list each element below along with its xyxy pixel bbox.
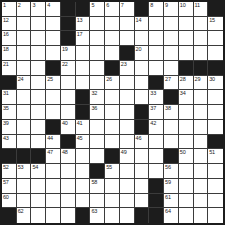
cell-r13c10[interactable] [135, 179, 150, 194]
cell-r8c1[interactable]: 35 [2, 105, 17, 120]
cell-r8c11[interactable]: 37 [149, 105, 164, 120]
cell-r8c9[interactable] [120, 105, 135, 120]
cell-r3c8[interactable] [105, 31, 120, 46]
cell-r8c8[interactable] [105, 105, 120, 120]
clue-number-33: 33 [150, 90, 156, 96]
clue-number-29: 29 [195, 76, 201, 82]
cell-r14c3[interactable] [31, 194, 46, 209]
cell-r15c7[interactable]: 63 [90, 208, 105, 223]
cell-r9c1[interactable]: 39 [2, 120, 17, 135]
crossword-grid: 1234567891011121314151617181920212223242… [0, 0, 225, 225]
black-cell-r2c5 [61, 17, 76, 32]
cell-r4c2[interactable] [17, 46, 32, 61]
cell-r3c14[interactable] [194, 31, 209, 46]
cell-r9c8[interactable] [105, 120, 120, 135]
clue-number-27: 27 [165, 76, 171, 82]
cell-r3c9[interactable] [120, 31, 135, 46]
clue-number-46: 46 [136, 135, 142, 141]
clue-number-22: 22 [62, 61, 68, 67]
clue-number-36: 36 [91, 105, 97, 111]
cell-r5c9[interactable]: 23 [120, 61, 135, 76]
clue-number-3: 3 [32, 2, 35, 8]
clue-number-40: 40 [62, 120, 68, 126]
cell-r1c11[interactable]: 8 [149, 2, 164, 17]
clue-number-34: 34 [180, 90, 186, 96]
clue-number-35: 35 [3, 105, 9, 111]
clue-number-51: 51 [209, 149, 215, 155]
cell-r7c14[interactable] [194, 90, 209, 105]
clue-number-48: 48 [62, 149, 68, 155]
cell-r14c15[interactable] [208, 194, 223, 209]
black-cell-r3c5 [61, 31, 76, 46]
cell-r4c10[interactable]: 20 [135, 46, 150, 61]
cell-r10c6[interactable]: 45 [76, 135, 91, 150]
cell-r9c2[interactable] [17, 120, 32, 135]
cell-r11c10[interactable] [135, 149, 150, 164]
cell-r6c12[interactable]: 27 [164, 76, 179, 91]
cell-r6c5[interactable] [61, 76, 76, 91]
cell-r3c12[interactable] [164, 31, 179, 46]
cell-r15c12[interactable]: 64 [164, 208, 179, 223]
cell-r2c8[interactable] [105, 17, 120, 32]
clue-number-16: 16 [3, 31, 9, 37]
cell-r12c13[interactable] [179, 164, 194, 179]
cell-r4c6[interactable] [76, 46, 91, 61]
black-cell-r11c1 [2, 149, 17, 164]
cell-r10c14[interactable] [194, 135, 209, 150]
cell-r8c2[interactable] [17, 105, 32, 120]
black-cell-r1c6 [76, 2, 91, 17]
black-cell-r7c12 [164, 90, 179, 105]
cell-r9c6[interactable]: 41 [76, 120, 91, 135]
clue-number-53: 53 [18, 164, 24, 170]
cell-r13c4[interactable] [46, 179, 61, 194]
black-cell-r9c4 [46, 120, 61, 135]
cell-r3c7[interactable] [90, 31, 105, 46]
clue-number-31: 31 [3, 90, 9, 96]
cell-r9c11[interactable]: 42 [149, 120, 164, 135]
cell-r9c7[interactable] [90, 120, 105, 135]
cell-r1c13[interactable]: 10 [179, 2, 194, 17]
cell-r14c10[interactable] [135, 194, 150, 209]
cell-r10c12[interactable] [164, 135, 179, 150]
cell-r6c8[interactable]: 26 [105, 76, 120, 91]
cell-r4c5[interactable]: 19 [61, 46, 76, 61]
clue-number-28: 28 [180, 76, 186, 82]
cell-r10c9[interactable] [120, 135, 135, 150]
cell-r11c13[interactable]: 50 [179, 149, 194, 164]
cell-r1c7[interactable]: 5 [90, 2, 105, 17]
cell-r14c6[interactable] [76, 194, 91, 209]
cell-r11c11[interactable] [149, 149, 164, 164]
cell-r11c14[interactable] [194, 149, 209, 164]
cell-r2c9[interactable] [120, 17, 135, 32]
cell-r10c11[interactable] [149, 135, 164, 150]
clue-number-50: 50 [180, 149, 186, 155]
cell-r5c7[interactable] [90, 61, 105, 76]
cell-r2c12[interactable] [164, 17, 179, 32]
cell-r7c13[interactable]: 34 [179, 90, 194, 105]
cell-r3c10[interactable] [135, 31, 150, 46]
black-cell-r5c8 [105, 61, 120, 76]
clue-number-20: 20 [136, 46, 142, 52]
clue-number-4: 4 [47, 2, 50, 8]
black-cell-r1c10 [135, 2, 150, 17]
cell-r6c14[interactable]: 29 [194, 76, 209, 91]
cell-r14c14[interactable] [194, 194, 209, 209]
clue-number-24: 24 [18, 76, 24, 82]
cell-r11c7[interactable] [90, 149, 105, 164]
cell-r7c11[interactable]: 33 [149, 90, 164, 105]
clue-number-44: 44 [47, 135, 53, 141]
cell-r5c12[interactable] [164, 61, 179, 76]
clue-number-17: 17 [77, 31, 83, 37]
cell-r12c9[interactable] [120, 164, 135, 179]
black-cell-r7c6 [76, 90, 91, 105]
cell-r2c1[interactable]: 12 [2, 17, 17, 32]
cell-r14c5[interactable] [61, 194, 76, 209]
cell-r14c13[interactable] [179, 194, 194, 209]
cell-r7c5[interactable] [61, 90, 76, 105]
cell-r12c6[interactable] [76, 164, 91, 179]
cell-r14c4[interactable] [46, 194, 61, 209]
cell-r2c15[interactable]: 15 [208, 17, 223, 32]
cell-r12c10[interactable] [135, 164, 150, 179]
cell-r13c5[interactable] [61, 179, 76, 194]
cell-r11c5[interactable]: 48 [61, 149, 76, 164]
cell-r3c6[interactable]: 17 [76, 31, 91, 46]
clue-number-5: 5 [91, 2, 94, 8]
cell-r15c15[interactable] [208, 208, 223, 223]
cell-r2c13[interactable] [179, 17, 194, 32]
clue-number-62: 62 [18, 208, 24, 214]
clue-number-32: 32 [91, 90, 97, 96]
cell-r7c10[interactable] [135, 90, 150, 105]
cell-r15c3[interactable] [31, 208, 46, 223]
cell-r4c7[interactable] [90, 46, 105, 61]
cell-r2c2[interactable] [17, 17, 32, 32]
cell-r13c6[interactable] [76, 179, 91, 194]
clue-number-13: 13 [77, 17, 83, 23]
clue-number-2: 2 [18, 2, 21, 8]
cell-r2c3[interactable] [31, 17, 46, 32]
cell-r7c9[interactable] [120, 90, 135, 105]
cell-r11c6[interactable] [76, 149, 91, 164]
cell-r1c2[interactable]: 2 [17, 2, 32, 17]
cell-r12c3[interactable]: 54 [31, 164, 46, 179]
cell-r12c8[interactable]: 55 [105, 164, 120, 179]
cell-r14c8[interactable] [105, 194, 120, 209]
cell-r10c3[interactable] [31, 135, 46, 150]
cell-r12c15[interactable] [208, 164, 223, 179]
clue-number-30: 30 [209, 76, 215, 82]
cell-r3c3[interactable] [31, 31, 46, 46]
clue-number-8: 8 [150, 2, 153, 8]
cell-r12c5[interactable] [61, 164, 76, 179]
cell-r5c2[interactable] [17, 61, 32, 76]
cell-r15c13[interactable] [179, 208, 194, 223]
cell-r13c15[interactable] [208, 179, 223, 194]
cell-r8c7[interactable]: 36 [90, 105, 105, 120]
cell-r5c1[interactable]: 21 [2, 61, 17, 76]
clue-number-10: 10 [180, 2, 186, 8]
cell-r10c8[interactable] [105, 135, 120, 150]
cell-r9c15[interactable] [208, 120, 223, 135]
cell-r12c14[interactable] [194, 164, 209, 179]
cell-r12c12[interactable]: 56 [164, 164, 179, 179]
cell-r8c5[interactable] [61, 105, 76, 120]
cell-r4c14[interactable] [194, 46, 209, 61]
black-cell-r5c14 [194, 61, 209, 76]
cell-r8c13[interactable] [179, 105, 194, 120]
cell-r2c6[interactable]: 13 [76, 17, 91, 32]
clue-number-26: 26 [106, 76, 112, 82]
cell-r15c4[interactable] [46, 208, 61, 223]
cell-r1c1[interactable]: 1 [2, 2, 17, 17]
cell-r13c9[interactable] [120, 179, 135, 194]
clue-number-43: 43 [3, 135, 9, 141]
black-cell-r10c5 [61, 135, 76, 150]
black-cell-r5c15 [208, 61, 223, 76]
cell-r3c2[interactable] [17, 31, 32, 46]
clue-number-12: 12 [3, 17, 9, 23]
cell-r4c15[interactable] [208, 46, 223, 61]
cell-r4c12[interactable] [164, 46, 179, 61]
cell-r6c6[interactable] [76, 76, 91, 91]
cell-r7c2[interactable] [17, 90, 32, 105]
black-cell-r5c4 [46, 61, 61, 76]
clue-number-19: 19 [62, 46, 68, 52]
cell-r9c14[interactable] [194, 120, 209, 135]
clue-number-61: 61 [165, 194, 171, 200]
clue-number-14: 14 [136, 17, 142, 23]
cell-r2c10[interactable]: 14 [135, 17, 150, 32]
cell-r14c2[interactable] [17, 194, 32, 209]
clue-number-63: 63 [91, 208, 97, 214]
clue-number-42: 42 [150, 120, 156, 126]
cell-r15c14[interactable] [194, 208, 209, 223]
cell-r7c3[interactable] [31, 90, 46, 105]
cell-r13c2[interactable] [17, 179, 32, 194]
clue-number-49: 49 [121, 149, 127, 155]
cell-r8c12[interactable]: 38 [164, 105, 179, 120]
black-cell-r11c8 [105, 149, 120, 164]
black-cell-r15c11 [149, 208, 164, 223]
cell-r6c7[interactable] [90, 76, 105, 91]
clue-number-52: 52 [3, 164, 9, 170]
black-cell-r5c13 [179, 61, 194, 76]
cell-r15c9[interactable] [120, 208, 135, 223]
cell-r6c13[interactable]: 28 [179, 76, 194, 91]
cell-r13c14[interactable] [194, 179, 209, 194]
cell-r4c11[interactable] [149, 46, 164, 61]
black-cell-r15c1 [2, 208, 17, 223]
cell-r14c9[interactable] [120, 194, 135, 209]
black-cell-r12c7 [90, 164, 105, 179]
cell-r6c15[interactable]: 30 [208, 76, 223, 91]
cell-r6c10[interactable] [135, 76, 150, 91]
clue-number-60: 60 [3, 194, 9, 200]
cell-r13c12[interactable]: 59 [164, 179, 179, 194]
cell-r2c11[interactable] [149, 17, 164, 32]
cell-r15c5[interactable] [61, 208, 76, 223]
cell-r12c4[interactable] [46, 164, 61, 179]
black-cell-r6c11 [149, 76, 164, 91]
clue-number-45: 45 [77, 135, 83, 141]
clue-number-9: 9 [165, 2, 168, 8]
clue-number-11: 11 [195, 2, 200, 8]
cell-r10c2[interactable] [17, 135, 32, 150]
cell-r5c10[interactable] [135, 61, 150, 76]
cell-r13c13[interactable] [179, 179, 194, 194]
cell-r2c4[interactable] [46, 17, 61, 32]
clue-number-47: 47 [47, 149, 53, 155]
cell-r13c7[interactable]: 58 [90, 179, 105, 194]
clue-number-18: 18 [3, 46, 9, 52]
clue-number-56: 56 [165, 164, 171, 170]
clue-number-6: 6 [106, 2, 109, 8]
cell-r6c3[interactable] [31, 76, 46, 91]
clue-number-64: 64 [165, 208, 171, 214]
cell-r7c7[interactable]: 32 [90, 90, 105, 105]
black-cell-r15c10 [135, 208, 150, 223]
cell-r3c4[interactable] [46, 31, 61, 46]
cell-r4c13[interactable] [179, 46, 194, 61]
clue-number-58: 58 [91, 179, 97, 185]
clue-number-15: 15 [209, 17, 215, 23]
cell-r6c9[interactable] [120, 76, 135, 91]
cell-r9c5[interactable]: 40 [61, 120, 76, 135]
cell-r14c7[interactable] [90, 194, 105, 209]
cell-r1c4[interactable]: 4 [46, 2, 61, 17]
cell-r5c3[interactable] [31, 61, 46, 76]
cell-r5c6[interactable] [76, 61, 91, 76]
cell-r13c1[interactable]: 57 [2, 179, 17, 194]
cell-r3c11[interactable] [149, 31, 164, 46]
black-cell-r6c1 [2, 76, 17, 91]
cell-r6c4[interactable]: 25 [46, 76, 61, 91]
cell-r11c15[interactable]: 51 [208, 149, 223, 164]
clue-number-59: 59 [165, 179, 171, 185]
cell-r7c15[interactable] [208, 90, 223, 105]
cell-r10c4[interactable]: 44 [46, 135, 61, 150]
black-cell-r1c5 [61, 2, 76, 17]
black-cell-r1c15 [208, 2, 223, 17]
cell-r1c9[interactable]: 7 [120, 2, 135, 17]
cell-r13c3[interactable] [31, 179, 46, 194]
cell-r10c7[interactable] [90, 135, 105, 150]
clue-number-21: 21 [3, 61, 9, 67]
cell-r8c3[interactable] [31, 105, 46, 120]
black-cell-r9c10 [135, 120, 150, 135]
clue-number-41: 41 [77, 120, 83, 126]
black-cell-r10c15 [208, 135, 223, 150]
black-cell-r15c6 [76, 208, 91, 223]
black-cell-r14c11 [149, 194, 164, 209]
cell-r4c3[interactable] [31, 46, 46, 61]
cell-r9c3[interactable] [31, 120, 46, 135]
cell-r12c1[interactable]: 52 [2, 164, 17, 179]
cell-r9c9[interactable] [120, 120, 135, 135]
cell-r8c4[interactable] [46, 105, 61, 120]
cell-r3c1[interactable]: 16 [2, 31, 17, 46]
clue-number-1: 1 [3, 2, 6, 8]
cell-r4c4[interactable] [46, 46, 61, 61]
cell-r10c10[interactable]: 46 [135, 135, 150, 150]
cell-r9c13[interactable] [179, 120, 194, 135]
clue-number-57: 57 [3, 179, 9, 185]
cell-r2c14[interactable] [194, 17, 209, 32]
cell-r1c14[interactable]: 11 [194, 2, 209, 17]
cell-r3c13[interactable] [179, 31, 194, 46]
black-cell-r4c9 [120, 46, 135, 61]
cell-r7c8[interactable] [105, 90, 120, 105]
clue-number-37: 37 [150, 105, 156, 111]
black-cell-r11c3 [31, 149, 46, 164]
cell-r14c1[interactable]: 60 [2, 194, 17, 209]
cell-r3c15[interactable] [208, 31, 223, 46]
black-cell-r8c10 [135, 105, 150, 120]
cell-r1c12[interactable]: 9 [164, 2, 179, 17]
cell-r7c4[interactable] [46, 90, 61, 105]
cell-r11c4[interactable]: 47 [46, 149, 61, 164]
cell-r10c1[interactable]: 43 [2, 135, 17, 150]
cell-r14c12[interactable]: 61 [164, 194, 179, 209]
cell-r1c8[interactable]: 6 [105, 2, 120, 17]
black-cell-r11c2 [17, 149, 32, 164]
cell-r6c2[interactable]: 24 [17, 76, 32, 91]
cell-r13c8[interactable] [105, 179, 120, 194]
cell-r9c12[interactable] [164, 120, 179, 135]
clue-number-23: 23 [121, 61, 127, 67]
clue-number-39: 39 [3, 120, 9, 126]
clue-number-7: 7 [121, 2, 124, 8]
black-cell-r13c11 [149, 179, 164, 194]
cell-r8c14[interactable] [194, 105, 209, 120]
clue-number-25: 25 [47, 76, 53, 82]
cell-r7c1[interactable]: 31 [2, 90, 17, 105]
cell-r8c15[interactable] [208, 105, 223, 120]
cell-r10c13[interactable] [179, 135, 194, 150]
clue-number-55: 55 [106, 164, 112, 170]
cell-r15c8[interactable] [105, 208, 120, 223]
cell-r1c3[interactable]: 3 [31, 2, 46, 17]
cell-r15c2[interactable]: 62 [17, 208, 32, 223]
cell-r12c2[interactable]: 53 [17, 164, 32, 179]
black-cell-r11c12 [164, 149, 179, 164]
cell-r5c11[interactable] [149, 61, 164, 76]
cell-r5c5[interactable]: 22 [61, 61, 76, 76]
clue-number-54: 54 [32, 164, 38, 170]
clue-number-38: 38 [165, 105, 171, 111]
cell-r4c1[interactable]: 18 [2, 46, 17, 61]
cell-r12c11[interactable] [149, 164, 164, 179]
black-cell-r8c6 [76, 105, 91, 120]
cell-r4c8[interactable] [105, 46, 120, 61]
cell-r11c9[interactable]: 49 [120, 149, 135, 164]
cell-r2c7[interactable] [90, 17, 105, 32]
